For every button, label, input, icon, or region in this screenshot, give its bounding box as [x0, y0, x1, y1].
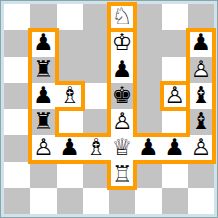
- square-c5[interactable]: ♝♗: [57, 83, 83, 109]
- square-e6[interactable]: ♟: [109, 57, 135, 83]
- square-c4[interactable]: [57, 109, 83, 135]
- square-a4[interactable]: [4, 109, 30, 135]
- square-e7[interactable]: ♚♔: [109, 30, 135, 56]
- square-g8[interactable]: [162, 4, 188, 30]
- white-pawn: ♟♙: [109, 109, 135, 135]
- square-b3[interactable]: ♟♙: [30, 135, 56, 161]
- white-queen: ♛♕: [109, 135, 135, 161]
- chess-board: ♞♘♟♚♔♟♜♟♟♙♟♝♗♚♟♙♝♜♟♙♝♟♙♟♝♗♛♕♟♟♟♙♜♖: [4, 4, 214, 214]
- square-d1[interactable]: [83, 188, 109, 214]
- white-pawn: ♟♙: [188, 57, 214, 83]
- square-g6[interactable]: [162, 57, 188, 83]
- square-h6[interactable]: ♟♙: [188, 57, 214, 83]
- square-c7[interactable]: [57, 30, 83, 56]
- square-e1[interactable]: [109, 188, 135, 214]
- black-king: ♚: [109, 83, 135, 109]
- white-pawn: ♟♙: [30, 135, 56, 161]
- square-h5[interactable]: ♝: [188, 83, 214, 109]
- square-a5[interactable]: [4, 83, 30, 109]
- square-a8[interactable]: [4, 4, 30, 30]
- square-d4[interactable]: [83, 109, 109, 135]
- square-h2[interactable]: [188, 162, 214, 188]
- square-g2[interactable]: [162, 162, 188, 188]
- square-e3[interactable]: ♛♕: [109, 135, 135, 161]
- square-g7[interactable]: [162, 30, 188, 56]
- square-a6[interactable]: [4, 57, 30, 83]
- square-d7[interactable]: [83, 30, 109, 56]
- black-bishop: ♝: [188, 109, 214, 135]
- black-rook: ♜: [30, 57, 56, 83]
- black-pawn: ♟: [188, 30, 214, 56]
- square-f2[interactable]: [135, 162, 161, 188]
- square-a3[interactable]: [4, 135, 30, 161]
- black-pawn: ♟: [135, 135, 161, 161]
- square-h1[interactable]: [188, 188, 214, 214]
- white-pawn: ♟♙: [162, 83, 188, 109]
- white-knight: ♞♘: [109, 4, 135, 30]
- square-g1[interactable]: [162, 188, 188, 214]
- white-king: ♚♔: [109, 30, 135, 56]
- square-c3[interactable]: ♟: [57, 135, 83, 161]
- square-f3[interactable]: ♟: [135, 135, 161, 161]
- square-e8[interactable]: ♞♘: [109, 4, 135, 30]
- square-d6[interactable]: [83, 57, 109, 83]
- black-pawn: ♟: [57, 135, 83, 161]
- black-pawn: ♟: [162, 135, 188, 161]
- square-b5[interactable]: ♟: [30, 83, 56, 109]
- square-h4[interactable]: ♝: [188, 109, 214, 135]
- square-e4[interactable]: ♟♙: [109, 109, 135, 135]
- square-h7[interactable]: ♟: [188, 30, 214, 56]
- square-c1[interactable]: [57, 188, 83, 214]
- white-pawn: ♟♙: [188, 135, 214, 161]
- square-h8[interactable]: [188, 4, 214, 30]
- square-f4[interactable]: [135, 109, 161, 135]
- square-a2[interactable]: [4, 162, 30, 188]
- square-b1[interactable]: [30, 188, 56, 214]
- square-b4[interactable]: ♜: [30, 109, 56, 135]
- square-b6[interactable]: ♜: [30, 57, 56, 83]
- square-d8[interactable]: [83, 4, 109, 30]
- square-f1[interactable]: [135, 188, 161, 214]
- white-rook: ♜♖: [109, 162, 135, 188]
- square-a1[interactable]: [4, 188, 30, 214]
- square-h3[interactable]: ♟♙: [188, 135, 214, 161]
- square-g3[interactable]: ♟: [162, 135, 188, 161]
- square-f5[interactable]: [135, 83, 161, 109]
- square-f6[interactable]: [135, 57, 161, 83]
- black-pawn: ♟: [30, 83, 56, 109]
- square-c8[interactable]: [57, 4, 83, 30]
- square-f8[interactable]: [135, 4, 161, 30]
- square-f7[interactable]: [135, 30, 161, 56]
- square-e2[interactable]: ♜♖: [109, 162, 135, 188]
- square-b2[interactable]: [30, 162, 56, 188]
- white-bishop: ♝♗: [83, 135, 109, 161]
- square-d2[interactable]: [83, 162, 109, 188]
- white-bishop: ♝♗: [57, 83, 83, 109]
- black-pawn: ♟: [30, 30, 56, 56]
- square-a7[interactable]: [4, 30, 30, 56]
- square-c6[interactable]: [57, 57, 83, 83]
- black-bishop: ♝: [188, 83, 214, 109]
- square-b8[interactable]: [30, 4, 56, 30]
- square-c2[interactable]: [57, 162, 83, 188]
- square-e5[interactable]: ♚: [109, 83, 135, 109]
- square-g4[interactable]: [162, 109, 188, 135]
- black-rook: ♜: [30, 109, 56, 135]
- square-b7[interactable]: ♟: [30, 30, 56, 56]
- square-d5[interactable]: [83, 83, 109, 109]
- square-g5[interactable]: ♟♙: [162, 83, 188, 109]
- black-pawn: ♟: [109, 57, 135, 83]
- board-frame: ♞♘♟♚♔♟♜♟♟♙♟♝♗♚♟♙♝♜♟♙♝♟♙♟♝♗♛♕♟♟♟♙♜♖: [0, 0, 218, 218]
- square-d3[interactable]: ♝♗: [83, 135, 109, 161]
